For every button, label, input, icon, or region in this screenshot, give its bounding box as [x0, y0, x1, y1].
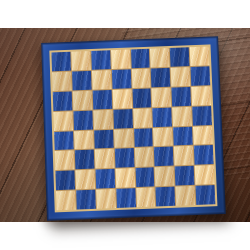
square-h2 [195, 165, 215, 185]
square-g1 [176, 186, 196, 206]
square-a4 [54, 131, 74, 151]
square-b1 [76, 190, 96, 210]
square-c8 [91, 50, 110, 69]
square-c5 [93, 109, 113, 129]
product-photo [0, 0, 250, 250]
square-b3 [75, 150, 95, 170]
square-h5 [192, 106, 212, 126]
square-a2 [55, 171, 75, 191]
square-h6 [191, 86, 211, 105]
square-h8 [190, 46, 210, 65]
square-g6 [172, 87, 192, 106]
square-e1 [136, 187, 156, 207]
square-f2 [155, 167, 175, 187]
square-b4 [74, 130, 94, 150]
square-h3 [194, 145, 214, 165]
square-a7 [52, 71, 71, 90]
square-g8 [170, 47, 190, 66]
square-a8 [51, 52, 70, 71]
square-f4 [153, 127, 173, 147]
square-f6 [152, 87, 172, 106]
square-d2 [115, 168, 135, 188]
board-squares-grid [51, 46, 215, 210]
square-f8 [150, 48, 170, 67]
square-b8 [71, 51, 90, 70]
square-h1 [196, 185, 216, 205]
square-a6 [53, 91, 72, 111]
square-f7 [151, 68, 171, 87]
square-b6 [73, 90, 92, 110]
square-d8 [111, 50, 130, 69]
square-f1 [156, 187, 176, 207]
square-e7 [131, 68, 151, 87]
square-g3 [174, 146, 194, 166]
square-d1 [116, 188, 136, 208]
square-c7 [92, 70, 111, 89]
square-d5 [113, 109, 133, 129]
square-b5 [73, 110, 93, 130]
square-c3 [95, 149, 115, 169]
square-e8 [130, 49, 150, 68]
square-f3 [154, 147, 174, 167]
square-a5 [53, 111, 73, 131]
square-g4 [173, 126, 193, 146]
square-c4 [94, 129, 114, 149]
square-b7 [72, 71, 91, 90]
square-e3 [134, 148, 154, 168]
square-d3 [114, 148, 134, 168]
square-e6 [132, 88, 152, 107]
square-h7 [191, 66, 211, 85]
square-c1 [96, 189, 116, 209]
square-d4 [114, 129, 134, 149]
board-pinstripe-border [49, 44, 217, 212]
square-g5 [172, 106, 192, 126]
square-b2 [75, 170, 95, 190]
square-e2 [135, 168, 155, 188]
chessboard [41, 36, 226, 221]
square-d6 [112, 89, 132, 108]
square-a1 [56, 191, 76, 211]
square-g7 [171, 67, 191, 86]
square-f5 [153, 107, 173, 127]
square-a3 [55, 151, 75, 171]
square-c6 [92, 90, 112, 110]
square-g2 [175, 166, 195, 186]
square-c2 [95, 169, 115, 189]
square-e5 [133, 108, 153, 128]
square-e4 [134, 128, 154, 148]
square-d7 [111, 69, 131, 88]
square-h4 [193, 125, 213, 145]
